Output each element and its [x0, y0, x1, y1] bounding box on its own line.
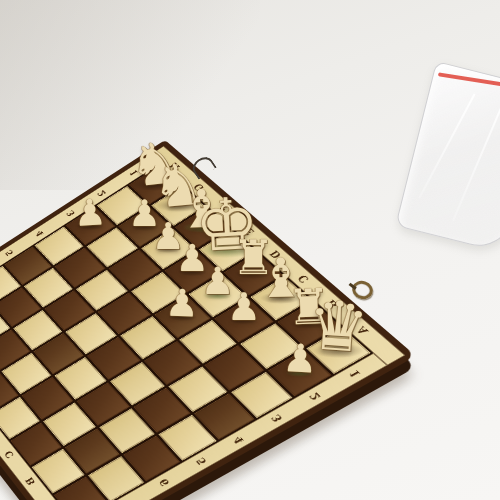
plastic-bag [395, 61, 500, 253]
piece-white-pawn-h3: ♟ [73, 194, 107, 232]
piece-white-pawn-d3: ♟ [165, 284, 200, 323]
bag-crease [452, 91, 500, 222]
bag-crease [418, 94, 475, 199]
piece-white-pawn-c2: ♟ [227, 288, 261, 326]
piece-white-pawn-a2: ♟ [281, 339, 318, 380]
photo-scene: AABBCCDDEEFFGGHH1122334455667788 ♛♜♝♜♚♝♞… [0, 0, 500, 500]
bag-zip-stripe [438, 72, 500, 88]
